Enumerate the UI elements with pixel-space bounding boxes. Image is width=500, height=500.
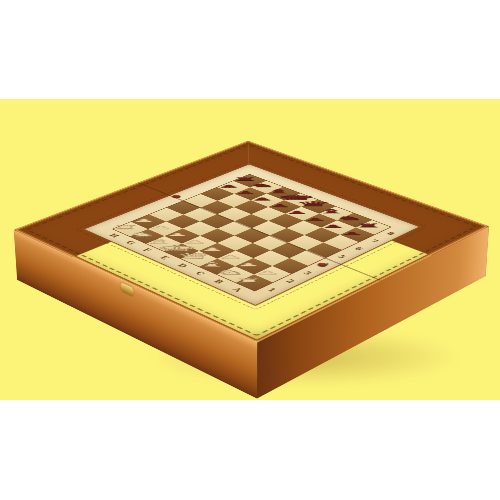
square-a1 (236, 274, 273, 291)
file-label-f: F (141, 248, 152, 253)
square-b4 (271, 242, 307, 257)
border-knob-right (316, 262, 329, 268)
black-pawn: ♟ (258, 204, 303, 209)
file-label-b: B (212, 279, 225, 285)
rank-label-1: 1 (266, 287, 278, 292)
square-a5 (307, 242, 343, 257)
rank-label-2: 2 (284, 279, 295, 284)
square-c5 (270, 228, 305, 243)
file-label-c: C (194, 271, 206, 276)
black-pawn-glyph: ♟ (293, 217, 339, 221)
square-e3 (200, 228, 235, 243)
square-a2 (254, 266, 291, 282)
rank-label-8: 8 (385, 231, 396, 236)
square-b5 (288, 235, 323, 250)
black-pawn-glyph: ♟ (208, 184, 251, 188)
square-d4 (235, 228, 270, 243)
rank-label-4: 4 (319, 262, 330, 267)
chess-scene: HGFEDCBA12345678 ♜♞♝♚♛♝♞♜♟♟♟♟♟♟♟♟♟♟♟♟♟♟♟… (0, 0, 500, 500)
black-pawn: ♟ (311, 224, 358, 229)
chess-box: HGFEDCBA12345678 ♜♞♝♚♛♝♞♜♟♟♟♟♟♟♟♟♟♟♟♟♟♟♟… (14, 141, 489, 343)
black-rook-glyph: ♜ (224, 177, 267, 182)
square-d1 (181, 251, 217, 267)
square-b6 (305, 227, 340, 242)
rank-label-3: 3 (302, 271, 313, 276)
square-b3 (253, 250, 289, 266)
black-pawn-glyph: ♟ (258, 204, 303, 208)
white-rook: ♜ (102, 225, 149, 231)
square-f2 (165, 229, 200, 244)
black-pawn: ♟ (293, 217, 339, 222)
black-pawn-glyph: ♟ (241, 197, 285, 201)
square-b1 (217, 266, 254, 282)
square-d3 (217, 235, 252, 250)
square-a3 (272, 258, 308, 274)
product-photo-chess-set: { "game": "chess", "scene_description": … (0, 0, 500, 500)
square-a6 (323, 235, 358, 250)
square-a4 (289, 250, 325, 266)
border-knob-left (171, 194, 182, 199)
rank-label-5: 5 (336, 254, 347, 259)
file-label-d: D (176, 263, 189, 268)
rank-label-7: 7 (369, 239, 380, 244)
file-label-e: E (158, 255, 170, 260)
file-label-h: H (107, 233, 120, 238)
square-c3 (235, 243, 271, 258)
black-pawn: ♟ (275, 210, 320, 215)
square-a7 (340, 227, 375, 242)
file-label-a: A (231, 287, 243, 293)
black-pawn-glyph: ♟ (224, 191, 268, 195)
square-b2 (235, 258, 271, 274)
black-pawn-glyph: ♟ (275, 210, 320, 214)
square-c1 (199, 258, 235, 274)
square-c2 (217, 250, 253, 266)
file-label-g: G (124, 240, 136, 245)
black-pawn: ♟ (241, 197, 285, 202)
black-pawn-glyph: ♟ (311, 224, 357, 228)
black-pawn: ♟ (208, 184, 252, 189)
white-rook-glyph: ♜ (103, 225, 150, 230)
square-c4 (253, 235, 288, 250)
white-pawn: ♟ (121, 218, 167, 223)
white-pawn-glyph: ♟ (121, 218, 167, 222)
black-pawn: ♟ (224, 191, 268, 196)
brass-clasp (120, 282, 133, 297)
rank-label-6: 6 (353, 247, 364, 252)
